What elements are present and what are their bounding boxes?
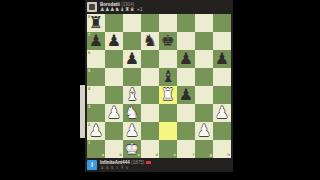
square-g7[interactable] [195,32,213,50]
square-e7[interactable]: ♚ [159,32,177,50]
rank-label-5: 5 [88,69,90,73]
white-pawn-g2[interactable]: ♟ [195,122,213,140]
square-c8[interactable] [123,14,141,32]
square-c4[interactable]: ♝ [123,86,141,104]
square-b5[interactable] [105,68,123,86]
square-a7[interactable]: 7♟ [87,32,105,50]
white-bishop-c4[interactable]: ♝ [123,86,141,104]
rank-label-7: 7 [88,33,90,37]
avatar-letter: i [91,160,93,170]
rank-label-8: 8 [88,15,90,19]
square-g2[interactable]: ♟ [195,122,213,140]
square-g4[interactable] [195,86,213,104]
square-b7[interactable]: ♟ [105,32,123,50]
square-f6[interactable]: ♟ [177,50,195,68]
square-d6[interactable] [141,50,159,68]
square-g3[interactable] [195,104,213,122]
square-d1[interactable]: d [141,140,159,158]
top-player-bar: Borodatii (1914) ♟♟♟♞♝♜♛+1 [85,0,233,14]
black-bishop-e5[interactable]: ♝ [159,68,177,86]
square-h2[interactable] [213,122,231,140]
black-pawn-b7[interactable]: ♟ [105,32,123,50]
square-h7[interactable] [213,32,231,50]
square-d5[interactable] [141,68,159,86]
file-label-f: f [193,153,194,157]
square-f5[interactable] [177,68,195,86]
square-c3[interactable]: ♞ [123,104,141,122]
square-a8[interactable]: 8♜ [87,14,105,32]
white-pawn-h3[interactable]: ♟ [213,104,231,122]
square-b6[interactable] [105,50,123,68]
square-f7[interactable] [177,32,195,50]
file-label-c: c [138,153,140,157]
video-frame: Borodatii (1914) ♟♟♟♞♝♜♛+1 8♜7♟♟♞♚6♟♟♟5♝… [0,0,320,180]
square-d3[interactable] [141,104,159,122]
square-h6[interactable]: ♟ [213,50,231,68]
black-king-e7[interactable]: ♚ [159,32,177,50]
square-a2[interactable]: 2♟ [87,122,105,140]
square-e5[interactable]: ♝ [159,68,177,86]
rank-label-1: 1 [88,141,90,145]
square-h8[interactable] [213,14,231,32]
square-h5[interactable] [213,68,231,86]
square-d7[interactable]: ♞ [141,32,159,50]
file-label-h: h [228,153,230,157]
square-e8[interactable] [159,14,177,32]
avatar-image [89,4,95,10]
square-c7[interactable] [123,32,141,50]
black-pawn-h6[interactable]: ♟ [213,50,231,68]
square-a4[interactable]: 4 [87,86,105,104]
square-c2[interactable]: ♟ [123,122,141,140]
rank-label-2: 2 [88,123,90,127]
square-h3[interactable]: ♟ [213,104,231,122]
material-score: +1 [137,7,143,12]
square-e6[interactable] [159,50,177,68]
black-knight-d7[interactable]: ♞ [141,32,159,50]
square-c1[interactable]: c♚ [123,140,141,158]
bottom-captured-pieces: ♟♟♞♝♜♛ [100,165,151,171]
square-e2[interactable] [159,122,177,140]
square-a1[interactable]: 1a [87,140,105,158]
square-e4[interactable]: ♜ [159,86,177,104]
square-f2[interactable] [177,122,195,140]
file-label-e: e [174,153,176,157]
chess-board[interactable]: 8♜7♟♟♞♚6♟♟♟5♝4♝♜♟3♟♞♟2♟♟♟1abc♚defgh [87,14,231,158]
white-pawn-c2[interactable]: ♟ [123,122,141,140]
black-pawn-c6[interactable]: ♟ [123,50,141,68]
square-g1[interactable]: g [195,140,213,158]
square-f1[interactable]: f [177,140,195,158]
bottom-player-avatar[interactable]: i [87,160,97,170]
top-captured-pieces: ♟♟♟♞♝♜♛+1 [100,7,143,13]
square-b2[interactable] [105,122,123,140]
square-a3[interactable]: 3 [87,104,105,122]
top-player-avatar[interactable] [87,2,97,12]
square-b4[interactable] [105,86,123,104]
rank-label-6: 6 [88,51,90,55]
square-c6[interactable]: ♟ [123,50,141,68]
square-f8[interactable] [177,14,195,32]
file-label-b: b [120,153,122,157]
square-f4[interactable]: ♟ [177,86,195,104]
white-knight-c3[interactable]: ♞ [123,104,141,122]
square-f3[interactable] [177,104,195,122]
file-label-a: a [102,153,104,157]
rank-label-3: 3 [88,105,90,109]
square-g8[interactable] [195,14,213,32]
square-d2[interactable] [141,122,159,140]
file-label-d: d [156,153,158,157]
square-h4[interactable] [213,86,231,104]
square-b1[interactable]: b [105,140,123,158]
country-flag-icon [146,161,151,165]
square-d8[interactable] [141,14,159,32]
square-e3[interactable] [159,104,177,122]
black-pawn-f4[interactable]: ♟ [177,86,195,104]
square-h1[interactable]: h [213,140,231,158]
square-a6[interactable]: 6 [87,50,105,68]
bottom-player-bar: i InfiniteAnt444 (1875) ♟♟♞♝♜♛ [85,158,233,172]
square-g6[interactable] [195,50,213,68]
square-b3[interactable]: ♟ [105,104,123,122]
square-e1[interactable]: e [159,140,177,158]
black-pawn-f6[interactable]: ♟ [177,50,195,68]
white-rook-e4[interactable]: ♜ [159,86,177,104]
square-b8[interactable] [105,14,123,32]
square-a5[interactable]: 5 [87,68,105,86]
square-d4[interactable] [141,86,159,104]
rank-label-4: 4 [88,87,90,91]
square-c5[interactable] [123,68,141,86]
white-pawn-b3[interactable]: ♟ [105,104,123,122]
chess-app-card: Borodatii (1914) ♟♟♟♞♝♜♛+1 8♜7♟♟♞♚6♟♟♟5♝… [85,0,233,172]
file-label-g: g [210,153,212,157]
square-g5[interactable] [195,68,213,86]
